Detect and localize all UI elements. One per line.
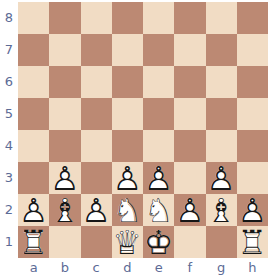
white-king-e1[interactable]: ♚♔ [143,226,174,258]
square-h1[interactable]: ♜♖ [237,226,268,258]
rank-label-2: 2 [0,194,18,226]
white-queen-d1[interactable]: ♛♕ [112,226,143,258]
square-e5[interactable] [143,98,174,130]
square-c6[interactable] [81,66,112,98]
white-bishop-b2[interactable]: ♝♗ [49,194,80,226]
rank-labels: 87654321 [0,2,18,258]
file-label-d: d [112,258,143,279]
square-g2[interactable]: ♝♗ [206,194,237,226]
chess-board-screenshot: 87654321 ♟♙♟♙♟♙♟♙♟♙♝♗♟♙♞♘♞♘♟♙♝♗♟♙♜♖♛♕♚♔♜… [0,0,275,279]
file-labels: abcdefgh [18,258,268,279]
rank-label-7: 7 [0,34,18,66]
square-b5[interactable] [49,98,80,130]
white-pawn-icon: ♙ [237,194,268,226]
square-h2[interactable]: ♟♙ [237,194,268,226]
white-pawn-d3[interactable]: ♟♙ [112,162,143,194]
white-pawn-icon: ♙ [18,194,49,226]
square-d2[interactable]: ♞♘ [112,194,143,226]
square-f5[interactable] [174,98,205,130]
white-pawn-h2[interactable]: ♟♙ [237,194,268,226]
square-c3[interactable] [81,162,112,194]
square-g1[interactable] [206,226,237,258]
square-g7[interactable] [206,34,237,66]
white-rook-icon: ♖ [18,226,49,258]
square-e2[interactable]: ♞♘ [143,194,174,226]
white-pawn-icon: ♙ [143,162,174,194]
square-f6[interactable] [174,66,205,98]
square-h6[interactable] [237,66,268,98]
square-e1[interactable]: ♚♔ [143,226,174,258]
file-label-h: h [237,258,268,279]
square-g5[interactable] [206,98,237,130]
square-a7[interactable] [18,34,49,66]
square-d4[interactable] [112,130,143,162]
square-a6[interactable] [18,66,49,98]
square-c4[interactable] [81,130,112,162]
white-pawn-icon: ♙ [112,162,143,194]
square-f8[interactable] [174,2,205,34]
white-rook-a1[interactable]: ♜♖ [18,226,49,258]
square-f1[interactable] [174,226,205,258]
white-pawn-g3[interactable]: ♟♙ [206,162,237,194]
square-d7[interactable] [112,34,143,66]
square-b2[interactable]: ♝♗ [49,194,80,226]
white-queen-icon: ♕ [112,226,143,258]
square-h8[interactable] [237,2,268,34]
square-h4[interactable] [237,130,268,162]
square-a2[interactable]: ♟♙ [18,194,49,226]
square-a1[interactable]: ♜♖ [18,226,49,258]
square-e7[interactable] [143,34,174,66]
square-d3[interactable]: ♟♙ [112,162,143,194]
square-h3[interactable] [237,162,268,194]
square-a5[interactable] [18,98,49,130]
square-a3[interactable] [18,162,49,194]
square-c1[interactable] [81,226,112,258]
white-pawn-f2[interactable]: ♟♙ [174,194,205,226]
white-pawn-icon: ♙ [49,162,80,194]
white-knight-e2[interactable]: ♞♘ [143,194,174,226]
square-e4[interactable] [143,130,174,162]
white-pawn-e3[interactable]: ♟♙ [143,162,174,194]
square-d5[interactable] [112,98,143,130]
white-pawn-icon: ♙ [206,162,237,194]
rank-label-1: 1 [0,226,18,258]
square-b4[interactable] [49,130,80,162]
white-rook-icon: ♖ [237,226,268,258]
white-pawn-icon: ♙ [81,194,112,226]
white-bishop-icon: ♗ [206,194,237,226]
chess-board[interactable]: ♟♙♟♙♟♙♟♙♟♙♝♗♟♙♞♘♞♘♟♙♝♗♟♙♜♖♛♕♚♔♜♖ [18,2,268,258]
white-bishop-g2[interactable]: ♝♗ [206,194,237,226]
square-e8[interactable] [143,2,174,34]
square-f7[interactable] [174,34,205,66]
square-f2[interactable]: ♟♙ [174,194,205,226]
white-knight-icon: ♘ [112,194,143,226]
rank-label-6: 6 [0,66,18,98]
square-d6[interactable] [112,66,143,98]
square-b3[interactable]: ♟♙ [49,162,80,194]
square-d1[interactable]: ♛♕ [112,226,143,258]
square-a8[interactable] [18,2,49,34]
white-knight-icon: ♘ [143,194,174,226]
square-b6[interactable] [49,66,80,98]
file-label-g: g [206,258,237,279]
rank-label-3: 3 [0,162,18,194]
square-g6[interactable] [206,66,237,98]
square-b1[interactable] [49,226,80,258]
square-c5[interactable] [81,98,112,130]
square-h5[interactable] [237,98,268,130]
square-a4[interactable] [18,130,49,162]
square-f3[interactable] [174,162,205,194]
white-knight-d2[interactable]: ♞♘ [112,194,143,226]
file-label-c: c [81,258,112,279]
rank-label-8: 8 [0,2,18,34]
square-c2[interactable]: ♟♙ [81,194,112,226]
file-label-b: b [49,258,80,279]
square-g4[interactable] [206,130,237,162]
square-d8[interactable] [112,2,143,34]
square-e6[interactable] [143,66,174,98]
square-g3[interactable]: ♟♙ [206,162,237,194]
square-b8[interactable] [49,2,80,34]
rank-label-4: 4 [0,130,18,162]
square-c8[interactable] [81,2,112,34]
file-label-a: a [18,258,49,279]
square-c7[interactable] [81,34,112,66]
white-pawn-icon: ♙ [174,194,205,226]
square-f4[interactable] [174,130,205,162]
square-g8[interactable] [206,2,237,34]
file-label-e: e [143,258,174,279]
square-b7[interactable] [49,34,80,66]
square-e3[interactable]: ♟♙ [143,162,174,194]
white-pawn-c2[interactable]: ♟♙ [81,194,112,226]
file-label-f: f [174,258,205,279]
white-pawn-b3[interactable]: ♟♙ [49,162,80,194]
square-h7[interactable] [237,34,268,66]
white-bishop-icon: ♗ [49,194,80,226]
white-pawn-a2[interactable]: ♟♙ [18,194,49,226]
rank-label-5: 5 [0,98,18,130]
white-rook-h1[interactable]: ♜♖ [237,226,268,258]
white-king-icon: ♔ [143,226,174,258]
